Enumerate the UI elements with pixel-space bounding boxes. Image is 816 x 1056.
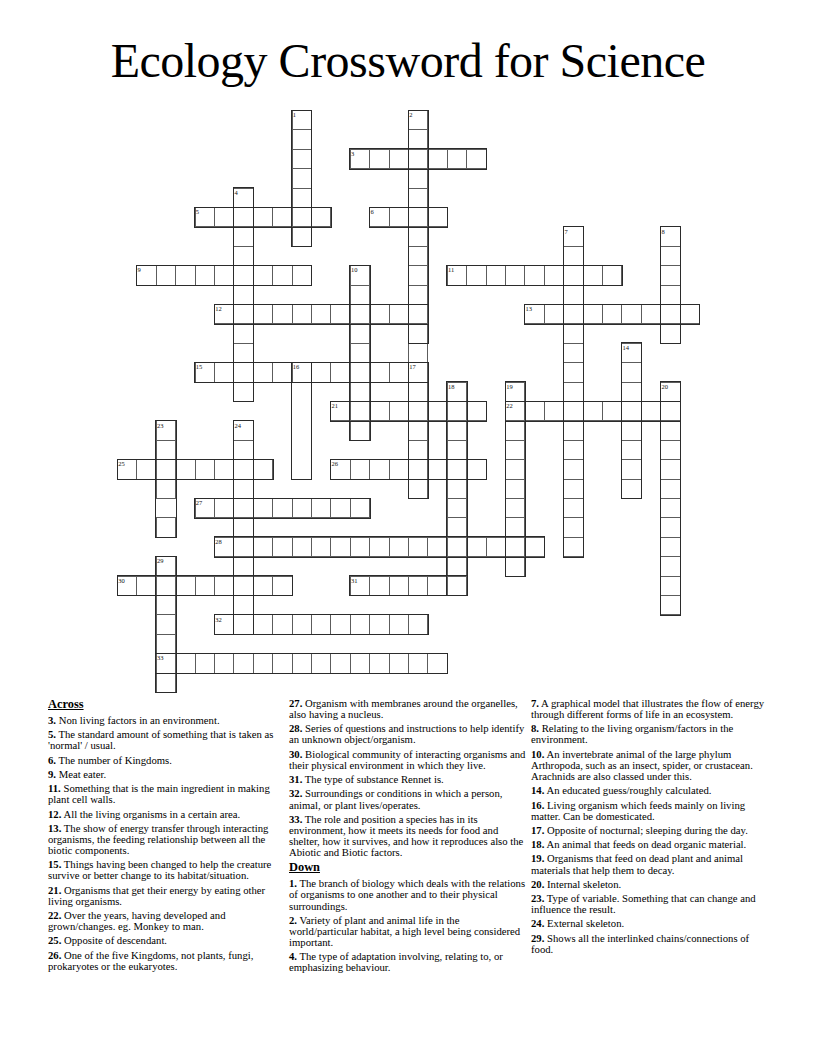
grid-cell-r24-c0[interactable] xyxy=(117,576,137,596)
grid-cell-r2-c13[interactable] xyxy=(369,149,389,169)
grid-cell-r10-c9[interactable] xyxy=(292,304,312,324)
grid-cell-r5-c9[interactable] xyxy=(292,207,312,227)
grid-cell-r10-c21[interactable] xyxy=(524,304,544,324)
clue-across-21: 21. Organisms that get their energy by e… xyxy=(48,885,288,907)
grid-cell-r10-c6[interactable] xyxy=(233,304,253,324)
grid-cell-r28-c6[interactable] xyxy=(233,653,253,673)
grid-cell-r15-c20[interactable] xyxy=(505,401,525,421)
grid-cell-r2-c16[interactable] xyxy=(427,149,447,169)
grid-cell-r13-c13[interactable] xyxy=(369,362,389,382)
grid-cell-r22-c20[interactable] xyxy=(505,537,525,557)
grid-cell-r16-c23[interactable] xyxy=(563,420,583,440)
grid-cell-r10-c15[interactable] xyxy=(408,304,428,324)
clue-across-13: 13. The show of energy transfer through … xyxy=(48,823,288,856)
grid-cell-r8-c2[interactable] xyxy=(156,265,176,285)
grid-cell-r20-c23[interactable] xyxy=(563,498,583,518)
grid-cell-r2-c17[interactable] xyxy=(447,149,467,169)
grid-cell-r24-c4[interactable] xyxy=(195,576,215,596)
grid-cell-r6-c28[interactable] xyxy=(660,226,680,246)
grid-cell-r0-c15[interactable] xyxy=(408,110,428,130)
grid-cell-r5-c5[interactable] xyxy=(214,207,234,227)
grid-cell-r22-c7[interactable] xyxy=(253,537,273,557)
grid-cell-r14-c28[interactable] xyxy=(660,382,680,402)
grid-cell-r16-c6[interactable] xyxy=(233,420,253,440)
grid-cell-r19-c20[interactable] xyxy=(505,479,525,499)
grid-cell-r19-c23[interactable] xyxy=(563,479,583,499)
grid-cell-r15-c11[interactable] xyxy=(330,401,350,421)
grid-cell-r20-c17[interactable] xyxy=(447,498,467,518)
grid-cell-r2-c15[interactable] xyxy=(408,149,428,169)
grid-cell-r18-c18[interactable] xyxy=(466,459,486,479)
grid-cell-r10-c12[interactable] xyxy=(350,304,370,324)
grid-cell-r24-c15[interactable] xyxy=(408,576,428,596)
grid-cell-r9-c6[interactable] xyxy=(233,285,253,305)
grid-cell-r22-c10[interactable] xyxy=(311,537,331,557)
grid-cell-r13-c26[interactable] xyxy=(621,362,641,382)
clue-across-3: 3. Non living factors in an environment. xyxy=(48,715,288,726)
grid-cell-r2-c9[interactable] xyxy=(292,149,312,169)
grid-cell-r5-c16[interactable] xyxy=(427,207,447,227)
grid-cell-r18-c6[interactable] xyxy=(233,459,253,479)
grid-cell-r20-c9[interactable] xyxy=(292,498,312,518)
grid-cell-r13-c12[interactable] xyxy=(350,362,370,382)
grid-cell-r15-c12[interactable] xyxy=(350,401,370,421)
grid-cell-r13-c5[interactable] xyxy=(214,362,234,382)
grid-cell-r16-c17[interactable] xyxy=(447,420,467,440)
grid-cell-r1-c15[interactable] xyxy=(408,129,428,149)
grid-cell-r17-c26[interactable] xyxy=(621,440,641,460)
grid-cell-r23-c17[interactable] xyxy=(447,556,467,576)
across-header: Across xyxy=(48,698,288,711)
grid-cell-r25-c28[interactable] xyxy=(660,595,680,615)
grid-cell-r17-c15[interactable] xyxy=(408,440,428,460)
grid-cell-r28-c15[interactable] xyxy=(408,653,428,673)
grid-cell-r11-c12[interactable] xyxy=(350,323,370,343)
clue-across-30: 30. Biological community of interacting … xyxy=(289,749,529,771)
grid-cell-r8-c23[interactable] xyxy=(563,265,583,285)
grid-cell-r22-c14[interactable] xyxy=(389,537,409,557)
grid-cell-r21-c6[interactable] xyxy=(233,517,253,537)
grid-cell-r16-c15[interactable] xyxy=(408,420,428,440)
grid-cell-r18-c26[interactable] xyxy=(621,459,641,479)
grid-cell-r8-c22[interactable] xyxy=(544,265,564,285)
grid-cell-r10-c27[interactable] xyxy=(641,304,661,324)
grid-cell-r8-c5[interactable] xyxy=(214,265,234,285)
grid-cell-r6-c9[interactable] xyxy=(292,226,312,246)
grid-cell-r14-c17[interactable] xyxy=(447,382,467,402)
grid-cell-r9-c23[interactable] xyxy=(563,285,583,305)
clue-across-6: 6. The number of Kingdoms. xyxy=(48,755,288,766)
grid-cell-r10-c7[interactable] xyxy=(253,304,273,324)
grid-cell-r28-c3[interactable] xyxy=(175,653,195,673)
grid-cell-r9-c28[interactable] xyxy=(660,285,680,305)
grid-cell-r24-c1[interactable] xyxy=(136,576,156,596)
grid-cell-r16-c26[interactable] xyxy=(621,420,641,440)
grid-cell-r18-c0[interactable] xyxy=(117,459,137,479)
clue-down-23: 23. Type of variable. Something that can… xyxy=(531,893,771,915)
grid-cell-r5-c4[interactable] xyxy=(195,207,215,227)
grid-cell-r3-c15[interactable] xyxy=(408,168,428,188)
grid-cell-r22-c12[interactable] xyxy=(350,537,370,557)
grid-cell-r8-c1[interactable] xyxy=(136,265,156,285)
grid-cell-r20-c28[interactable] xyxy=(660,498,680,518)
grid-cell-r8-c19[interactable] xyxy=(486,265,506,285)
grid-cell-r7-c23[interactable] xyxy=(563,246,583,266)
grid-cell-r22-c6[interactable] xyxy=(233,537,253,557)
grid-cell-r8-c12[interactable] xyxy=(350,265,370,285)
clue-column-across: Across3. Non living factors in an enviro… xyxy=(48,698,288,975)
grid-cell-r9-c15[interactable] xyxy=(408,285,428,305)
clue-across-33: 33. The role and position a species has … xyxy=(289,814,529,858)
clue-down-18: 18. An animal that feeds on dead organic… xyxy=(531,839,771,850)
grid-cell-r23-c20[interactable] xyxy=(505,556,525,576)
grid-cell-r14-c23[interactable] xyxy=(563,382,583,402)
grid-cell-r8-c24[interactable] xyxy=(583,265,603,285)
grid-cell-r20-c5[interactable] xyxy=(214,498,234,518)
clue-across-27: 27. Organism with membranes around the o… xyxy=(289,698,529,720)
grid-cell-r22-c9[interactable] xyxy=(292,537,312,557)
grid-cell-r26-c13[interactable] xyxy=(369,614,389,634)
clue-across-26: 26. One of the five Kingdoms, not plants… xyxy=(48,950,288,972)
grid-cell-r8-c21[interactable] xyxy=(524,265,544,285)
grid-cell-r24-c17[interactable] xyxy=(447,576,467,596)
grid-cell-r10-c29[interactable] xyxy=(680,304,700,324)
grid-cell-r28-c7[interactable] xyxy=(253,653,273,673)
grid-cell-r28-c9[interactable] xyxy=(292,653,312,673)
grid-cell-r18-c7[interactable] xyxy=(253,459,273,479)
grid-cell-r12-c12[interactable] xyxy=(350,343,370,363)
grid-cell-r11-c15[interactable] xyxy=(408,323,428,343)
grid-cell-r15-c25[interactable] xyxy=(602,401,622,421)
grid-cell-r13-c23[interactable] xyxy=(563,362,583,382)
grid-cell-r18-c16[interactable] xyxy=(427,459,447,479)
grid-cell-r25-c6[interactable] xyxy=(233,595,253,615)
clue-across-31: 31. The type of substance Rennet is. xyxy=(289,774,529,785)
clue-across-15: 15. Things having been changed to help t… xyxy=(48,859,288,881)
grid-cell-r0-c9[interactable] xyxy=(292,110,312,130)
grid-cell-r2-c14[interactable] xyxy=(389,149,409,169)
grid-cell-r22-c13[interactable] xyxy=(369,537,389,557)
clue-down-29: 29. Shows all the interlinked chains/con… xyxy=(531,933,771,955)
grid-cell-r15-c28[interactable] xyxy=(660,401,680,421)
grid-cell-r24-c3[interactable] xyxy=(175,576,195,596)
grid-cell-r12-c15[interactable] xyxy=(408,343,428,363)
grid-cell-r5-c15[interactable] xyxy=(408,207,428,227)
grid-cell-r19-c2[interactable] xyxy=(156,479,176,499)
grid-cell-r18-c3[interactable] xyxy=(175,459,195,479)
grid-cell-r18-c5[interactable] xyxy=(214,459,234,479)
grid-cell-r7-c28[interactable] xyxy=(660,246,680,266)
grid-cell-r26-c7[interactable] xyxy=(253,614,273,634)
grid-cell-r14-c6[interactable] xyxy=(233,382,253,402)
grid-cell-r4-c9[interactable] xyxy=(292,188,312,208)
grid-cell-r27-c2[interactable] xyxy=(156,634,176,654)
grid-cell-r24-c7[interactable] xyxy=(253,576,273,596)
grid-cell-r10-c28[interactable] xyxy=(660,304,680,324)
clue-down-2: 2. Variety of plant and animal life in t… xyxy=(289,915,529,948)
grid-cell-r13-c15[interactable] xyxy=(408,362,428,382)
grid-cell-r18-c20[interactable] xyxy=(505,459,525,479)
grid-cell-r13-c14[interactable] xyxy=(389,362,409,382)
grid-cell-r24-c13[interactable] xyxy=(369,576,389,596)
grid-cell-r9-c12[interactable] xyxy=(350,285,370,305)
grid-cell-r21-c28[interactable] xyxy=(660,517,680,537)
grid-cell-r14-c12[interactable] xyxy=(350,382,370,402)
clue-down-4: 4. The type of adaptation involving, rel… xyxy=(289,951,529,973)
clue-column-middle: 27. Organism with membranes around the o… xyxy=(289,698,529,977)
grid-cell-r8-c20[interactable] xyxy=(505,265,525,285)
grid-cell-r14-c26[interactable] xyxy=(621,382,641,402)
grid-cell-r18-c17[interactable] xyxy=(447,459,467,479)
grid-cell-r3-c9[interactable] xyxy=(292,168,312,188)
grid-cell-r12-c23[interactable] xyxy=(563,343,583,363)
grid-cell-r20-c7[interactable] xyxy=(253,498,273,518)
grid-cell-r13-c11[interactable] xyxy=(330,362,350,382)
clue-across-22: 22. Over the years, having developed and… xyxy=(48,910,288,932)
grid-cell-r5-c13[interactable] xyxy=(369,207,389,227)
grid-cell-r26-c9[interactable] xyxy=(292,614,312,634)
grid-cell-r28-c8[interactable] xyxy=(272,653,292,673)
grid-cell-r24-c16[interactable] xyxy=(427,576,447,596)
grid-cell-r13-c9[interactable] xyxy=(292,362,312,382)
grid-cell-r17-c6[interactable] xyxy=(233,440,253,460)
grid-cell-r14-c20[interactable] xyxy=(505,382,525,402)
clue-across-25: 25. Opposite of descendant. xyxy=(48,935,288,946)
grid-cell-r25-c2[interactable] xyxy=(156,595,176,615)
grid-cell-r20-c12[interactable] xyxy=(350,498,370,518)
grid-cell-r13-c7[interactable] xyxy=(253,362,273,382)
grid-cell-r11-c6[interactable] xyxy=(233,323,253,343)
grid-cell-r6-c15[interactable] xyxy=(408,226,428,246)
grid-cell-r10-c14[interactable] xyxy=(389,304,409,324)
grid-cell-r18-c15[interactable] xyxy=(408,459,428,479)
grid-cell-r6-c23[interactable] xyxy=(563,226,583,246)
grid-cell-r15-c15[interactable] xyxy=(408,401,428,421)
grid-cell-r24-c12[interactable] xyxy=(350,576,370,596)
grid-cell-r22-c15[interactable] xyxy=(408,537,428,557)
grid-cell-r22-c11[interactable] xyxy=(330,537,350,557)
grid-cell-r20-c10[interactable] xyxy=(311,498,331,518)
grid-cell-r7-c6[interactable] xyxy=(233,246,253,266)
grid-cell-r26-c5[interactable] xyxy=(214,614,234,634)
grid-cell-r15-c27[interactable] xyxy=(641,401,661,421)
grid-cell-r8-c28[interactable] xyxy=(660,265,680,285)
grid-cell-r10-c10[interactable] xyxy=(311,304,331,324)
grid-cell-r8-c25[interactable] xyxy=(602,265,622,285)
grid-cell-r10-c13[interactable] xyxy=(369,304,389,324)
grid-cell-r8-c9[interactable] xyxy=(292,265,312,285)
grid-cell-r22-c16[interactable] xyxy=(427,537,447,557)
clue-across-11: 11. Something that is the main ingredien… xyxy=(48,783,288,805)
grid-cell-r10-c5[interactable] xyxy=(214,304,234,324)
grid-cell-r2-c12[interactable] xyxy=(350,149,370,169)
grid-cell-r28-c13[interactable] xyxy=(369,653,389,673)
worksheet-page: Ecology Crossword for Science 3569111213… xyxy=(0,0,816,1056)
clue-down-24: 24. External skeleton. xyxy=(531,918,771,929)
grid-cell-r18-c23[interactable] xyxy=(563,459,583,479)
grid-cell-r13-c4[interactable] xyxy=(195,362,215,382)
grid-cell-r28-c11[interactable] xyxy=(330,653,350,673)
grid-cell-r26-c8[interactable] xyxy=(272,614,292,634)
grid-cell-r29-c2[interactable] xyxy=(156,673,176,693)
grid-cell-r22-c28[interactable] xyxy=(660,537,680,557)
grid-cell-r22-c8[interactable] xyxy=(272,537,292,557)
grid-cell-r21-c2[interactable] xyxy=(156,517,176,537)
grid-cell-r24-c14[interactable] xyxy=(389,576,409,596)
grid-cell-r15-c26[interactable] xyxy=(621,401,641,421)
grid-cell-r5-c14[interactable] xyxy=(389,207,409,227)
grid-cell-r10-c24[interactable] xyxy=(583,304,603,324)
grid-cell-r24-c6[interactable] xyxy=(233,576,253,596)
grid-cell-r4-c6[interactable] xyxy=(233,188,253,208)
grid-cell-r15-c13[interactable] xyxy=(369,401,389,421)
grid-cell-r22-c23[interactable] xyxy=(563,537,583,557)
grid-cell-r16-c20[interactable] xyxy=(505,420,525,440)
grid-cell-r17-c17[interactable] xyxy=(447,440,467,460)
grid-cell-r18-c14[interactable] xyxy=(389,459,409,479)
grid-cell-r26-c12[interactable] xyxy=(350,614,370,634)
grid-cell-r18-c4[interactable] xyxy=(195,459,215,479)
grid-cell-r20-c6[interactable] xyxy=(233,498,253,518)
grid-cell-r19-c6[interactable] xyxy=(233,479,253,499)
grid-cell-r22-c17[interactable] xyxy=(447,537,467,557)
grid-cell-r2-c18[interactable] xyxy=(466,149,486,169)
clue-across-12: 12. All the living organisms in a certai… xyxy=(48,809,288,820)
grid-cell-r8-c4[interactable] xyxy=(195,265,215,285)
grid-cell-r16-c2[interactable] xyxy=(156,420,176,440)
grid-cell-r21-c20[interactable] xyxy=(505,517,525,537)
grid-cell-r13-c8[interactable] xyxy=(272,362,292,382)
clue-down-1: 1. The branch of biology which deals wit… xyxy=(289,878,529,911)
grid-cell-r8-c6[interactable] xyxy=(233,265,253,285)
grid-cell-r18-c11[interactable] xyxy=(330,459,350,479)
grid-cell-r18-c13[interactable] xyxy=(369,459,389,479)
grid-cell-r8-c7[interactable] xyxy=(253,265,273,285)
grid-cell-r15-c17[interactable] xyxy=(447,401,467,421)
grid-cell-r19-c26[interactable] xyxy=(621,479,641,499)
grid-cell-r10-c26[interactable] xyxy=(621,304,641,324)
grid-cell-r10-c23[interactable] xyxy=(563,304,583,324)
grid-cell-r28-c12[interactable] xyxy=(350,653,370,673)
grid-cell-r5-c7[interactable] xyxy=(253,207,273,227)
grid-cell-r24-c5[interactable] xyxy=(214,576,234,596)
grid-cell-r8-c3[interactable] xyxy=(175,265,195,285)
grid-cell-r8-c17[interactable] xyxy=(447,265,467,285)
grid-cell-r20-c8[interactable] xyxy=(272,498,292,518)
grid-cell-r22-c21[interactable] xyxy=(524,537,544,557)
grid-cell-r17-c20[interactable] xyxy=(505,440,525,460)
grid-cell-r8-c18[interactable] xyxy=(466,265,486,285)
grid-cell-r17-c28[interactable] xyxy=(660,440,680,460)
grid-cell-r5-c10[interactable] xyxy=(311,207,331,227)
grid-cell-r15-c22[interactable] xyxy=(544,401,564,421)
grid-cell-r26-c14[interactable] xyxy=(389,614,409,634)
grid-cell-r21-c23[interactable] xyxy=(563,517,583,537)
grid-cell-r16-c28[interactable] xyxy=(660,420,680,440)
grid-cell-r20-c20[interactable] xyxy=(505,498,525,518)
grid-cell-r28-c2[interactable] xyxy=(156,653,176,673)
grid-cell-r17-c23[interactable] xyxy=(563,440,583,460)
grid-cell-r12-c6[interactable] xyxy=(233,343,253,363)
grid-cell-r28-c10[interactable] xyxy=(311,653,331,673)
grid-cell-r15-c24[interactable] xyxy=(583,401,603,421)
grid-cell-r15-c16[interactable] xyxy=(427,401,447,421)
grid-cell-r6-c6[interactable] xyxy=(233,226,253,246)
crossword-grid: 3569111213152122252627283031323312478101… xyxy=(117,110,700,693)
grid-cell-r18-c12[interactable] xyxy=(350,459,370,479)
grid-cell-r10-c8[interactable] xyxy=(272,304,292,324)
grid-cell-r14-c15[interactable] xyxy=(408,382,428,402)
grid-cell-r18-c28[interactable] xyxy=(660,459,680,479)
grid-cell-r5-c8[interactable] xyxy=(272,207,292,227)
grid-cell-r22-c5[interactable] xyxy=(214,537,234,557)
grid-cell-r28-c16[interactable] xyxy=(427,653,447,673)
grid-cell-r23-c28[interactable] xyxy=(660,556,680,576)
grid-cell-r18-c2[interactable] xyxy=(156,459,176,479)
grid-cell-r8-c8[interactable] xyxy=(272,265,292,285)
grid-cell-r26-c6[interactable] xyxy=(233,614,253,634)
grid-cell-r13-c10[interactable] xyxy=(311,362,331,382)
clue-down-14: 14. An educated guess/roughly calculated… xyxy=(531,785,771,796)
grid-cell-r28-c14[interactable] xyxy=(389,653,409,673)
grid-cell-r15-c18[interactable] xyxy=(466,401,486,421)
grid-cell-r10-c25[interactable] xyxy=(602,304,622,324)
grid-cell-r15-c14[interactable] xyxy=(389,401,409,421)
grid-cell-r24-c28[interactable] xyxy=(660,576,680,596)
grid-cell-r17-c2[interactable] xyxy=(156,440,176,460)
clue-down-7: 7. A graphical model that illustrates th… xyxy=(531,698,771,720)
grid-cell-r26-c15[interactable] xyxy=(408,614,428,634)
grid-cell-r4-c15[interactable] xyxy=(408,188,428,208)
grid-cell-r8-c15[interactable] xyxy=(408,265,428,285)
grid-cell-r26-c10[interactable] xyxy=(311,614,331,634)
grid-cell-r22-c18[interactable] xyxy=(466,537,486,557)
grid-cell-r7-c15[interactable] xyxy=(408,246,428,266)
grid-cell-r10-c11[interactable] xyxy=(330,304,350,324)
grid-cell-r22-c19[interactable] xyxy=(486,537,506,557)
grid-cell-r26-c11[interactable] xyxy=(330,614,350,634)
grid-cell-r23-c6[interactable] xyxy=(233,556,253,576)
clue-down-19: 19. Organisms that feed on dead plant an… xyxy=(531,853,771,875)
grid-cell-r16-c12[interactable] xyxy=(350,420,370,440)
grid-cell-r20-c11[interactable] xyxy=(330,498,350,518)
clue-across-5: 5. The standard amount of something that… xyxy=(48,729,288,751)
grid-cell-r13-c6[interactable] xyxy=(233,362,253,382)
grid-cell-r20-c4[interactable] xyxy=(195,498,215,518)
grid-cell-r19-c28[interactable] xyxy=(660,479,680,499)
grid-cell-r12-c26[interactable] xyxy=(621,343,641,363)
grid-cell-r15-c21[interactable] xyxy=(524,401,544,421)
grid-cell-r24-c2[interactable] xyxy=(156,576,176,596)
grid-cell-r28-c5[interactable] xyxy=(214,653,234,673)
clue-across-9: 9. Meat eater. xyxy=(48,769,288,780)
grid-cell-r10-c22[interactable] xyxy=(544,304,564,324)
grid-cell-r21-c17[interactable] xyxy=(447,517,467,537)
grid-cell-r19-c15[interactable] xyxy=(408,479,428,499)
grid-cell-r5-c6[interactable] xyxy=(233,207,253,227)
grid-cell-r26-c2[interactable] xyxy=(156,614,176,634)
grid-cell-r11-c28[interactable] xyxy=(660,323,680,343)
grid-cell-r28-c4[interactable] xyxy=(195,653,215,673)
grid-cell-r11-c23[interactable] xyxy=(563,323,583,343)
grid-cell-r19-c17[interactable] xyxy=(447,479,467,499)
grid-cell-r24-c8[interactable] xyxy=(272,576,292,596)
clue-down-20: 20. Internal skeleton. xyxy=(531,879,771,890)
grid-cell-r18-c1[interactable] xyxy=(136,459,156,479)
grid-cell-r23-c2[interactable] xyxy=(156,556,176,576)
grid-cell-r15-c23[interactable] xyxy=(563,401,583,421)
grid-cell-r1-c9[interactable] xyxy=(292,129,312,149)
